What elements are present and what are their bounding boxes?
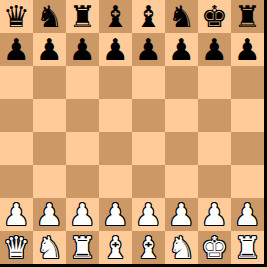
square-b7[interactable]: ♟	[33, 33, 66, 66]
square-a3[interactable]	[0, 165, 33, 198]
square-a7[interactable]: ♟	[0, 33, 33, 66]
square-d8[interactable]: ♝	[99, 0, 132, 33]
square-g7[interactable]: ♟	[198, 33, 231, 66]
piece-white-knight: ♞	[33, 231, 66, 264]
piece-white-pawn: ♟	[231, 198, 264, 231]
square-b1[interactable]: ♞	[33, 231, 66, 264]
square-a1[interactable]: ♛	[0, 231, 33, 264]
chess-board-frame: ♛♞♜♝♝♞♚♜♟♟♟♟♟♟♟♟♟♟♟♟♟♟♟♟♛♞♜♝♝♞♚♜	[0, 0, 267, 267]
piece-black-pawn: ♟	[231, 33, 264, 66]
piece-white-king: ♚	[198, 231, 231, 264]
piece-white-pawn: ♟	[132, 198, 165, 231]
piece-white-queen: ♛	[0, 231, 33, 264]
square-g2[interactable]: ♟	[198, 198, 231, 231]
piece-black-pawn: ♟	[132, 33, 165, 66]
piece-black-knight: ♞	[33, 0, 66, 33]
square-h8[interactable]: ♜	[231, 0, 264, 33]
square-b8[interactable]: ♞	[33, 0, 66, 33]
square-e2[interactable]: ♟	[132, 198, 165, 231]
square-c8[interactable]: ♜	[66, 0, 99, 33]
square-c1[interactable]: ♜	[66, 231, 99, 264]
square-g4[interactable]	[198, 132, 231, 165]
square-a2[interactable]: ♟	[0, 198, 33, 231]
square-g5[interactable]	[198, 99, 231, 132]
square-g6[interactable]	[198, 66, 231, 99]
piece-white-bishop: ♝	[132, 231, 165, 264]
square-h5[interactable]	[231, 99, 264, 132]
square-e6[interactable]	[132, 66, 165, 99]
piece-white-rook: ♜	[66, 231, 99, 264]
piece-white-pawn: ♟	[33, 198, 66, 231]
square-e8[interactable]: ♝	[132, 0, 165, 33]
piece-black-king: ♚	[198, 0, 231, 33]
square-d4[interactable]	[99, 132, 132, 165]
square-f5[interactable]	[165, 99, 198, 132]
square-e3[interactable]	[132, 165, 165, 198]
piece-black-pawn: ♟	[0, 33, 33, 66]
piece-black-rook: ♜	[66, 0, 99, 33]
chess-board: ♛♞♜♝♝♞♚♜♟♟♟♟♟♟♟♟♟♟♟♟♟♟♟♟♛♞♜♝♝♞♚♜	[0, 0, 264, 264]
square-e4[interactable]	[132, 132, 165, 165]
piece-black-bishop: ♝	[132, 0, 165, 33]
square-e7[interactable]: ♟	[132, 33, 165, 66]
square-d1[interactable]: ♝	[99, 231, 132, 264]
square-g8[interactable]: ♚	[198, 0, 231, 33]
square-f6[interactable]	[165, 66, 198, 99]
square-b2[interactable]: ♟	[33, 198, 66, 231]
square-a5[interactable]	[0, 99, 33, 132]
square-f7[interactable]: ♟	[165, 33, 198, 66]
square-f1[interactable]: ♞	[165, 231, 198, 264]
square-g3[interactable]	[198, 165, 231, 198]
piece-white-pawn: ♟	[66, 198, 99, 231]
square-f3[interactable]	[165, 165, 198, 198]
piece-white-pawn: ♟	[0, 198, 33, 231]
piece-black-pawn: ♟	[165, 33, 198, 66]
piece-black-queen: ♛	[0, 0, 33, 33]
square-b4[interactable]	[33, 132, 66, 165]
piece-black-pawn: ♟	[198, 33, 231, 66]
square-c7[interactable]: ♟	[66, 33, 99, 66]
piece-white-pawn: ♟	[198, 198, 231, 231]
square-h3[interactable]	[231, 165, 264, 198]
square-c3[interactable]	[66, 165, 99, 198]
square-d7[interactable]: ♟	[99, 33, 132, 66]
piece-black-pawn: ♟	[66, 33, 99, 66]
square-f8[interactable]: ♞	[165, 0, 198, 33]
square-a8[interactable]: ♛	[0, 0, 33, 33]
square-d6[interactable]	[99, 66, 132, 99]
square-f2[interactable]: ♟	[165, 198, 198, 231]
square-b6[interactable]	[33, 66, 66, 99]
square-d2[interactable]: ♟	[99, 198, 132, 231]
square-b5[interactable]	[33, 99, 66, 132]
piece-white-knight: ♞	[165, 231, 198, 264]
square-c4[interactable]	[66, 132, 99, 165]
square-d5[interactable]	[99, 99, 132, 132]
square-e1[interactable]: ♝	[132, 231, 165, 264]
piece-black-pawn: ♟	[99, 33, 132, 66]
square-d3[interactable]	[99, 165, 132, 198]
piece-white-rook: ♜	[231, 231, 264, 264]
piece-white-pawn: ♟	[99, 198, 132, 231]
square-c2[interactable]: ♟	[66, 198, 99, 231]
piece-white-bishop: ♝	[99, 231, 132, 264]
square-h2[interactable]: ♟	[231, 198, 264, 231]
piece-black-bishop: ♝	[99, 0, 132, 33]
piece-black-knight: ♞	[165, 0, 198, 33]
square-a6[interactable]	[0, 66, 33, 99]
piece-white-pawn: ♟	[165, 198, 198, 231]
square-a4[interactable]	[0, 132, 33, 165]
square-c5[interactable]	[66, 99, 99, 132]
square-h6[interactable]	[231, 66, 264, 99]
square-h4[interactable]	[231, 132, 264, 165]
square-f4[interactable]	[165, 132, 198, 165]
square-e5[interactable]	[132, 99, 165, 132]
square-h7[interactable]: ♟	[231, 33, 264, 66]
square-c6[interactable]	[66, 66, 99, 99]
square-b3[interactable]	[33, 165, 66, 198]
piece-black-pawn: ♟	[33, 33, 66, 66]
square-h1[interactable]: ♜	[231, 231, 264, 264]
piece-black-rook: ♜	[231, 0, 264, 33]
square-g1[interactable]: ♚	[198, 231, 231, 264]
